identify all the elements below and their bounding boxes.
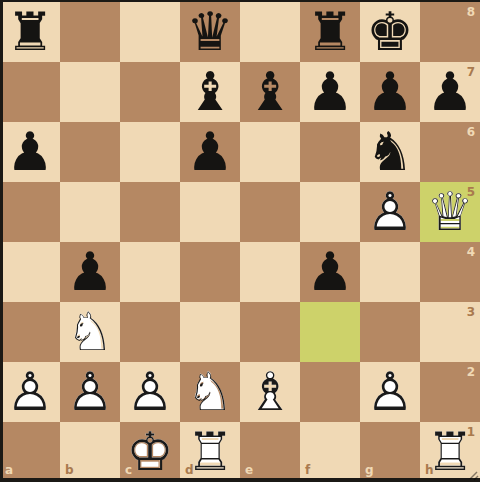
square-a6[interactable]: ♟ [0, 122, 60, 182]
chess-board: ♜♛♜♚8♝♝♟♟♟7♟♟♞6♟♙♛♕5♟♟4♞♘3♟♙♟♙♟♙♞♘♝♗♟♙2a… [0, 2, 480, 482]
black-queen-glyph: ♛ [180, 2, 240, 62]
file-label-c: c [125, 464, 132, 476]
frame-edge-bottom [0, 478, 480, 482]
white-pawn-outline: ♙ [120, 362, 180, 422]
piece-white-knight[interactable]: ♞♘ [60, 302, 120, 362]
black-knight-glyph: ♞ [360, 122, 420, 182]
piece-black-pawn[interactable]: ♟ [300, 62, 360, 122]
rank-label-7: 7 [467, 66, 475, 78]
black-pawn-glyph: ♟ [300, 242, 360, 302]
board-container: ♜♛♜♚8♝♝♟♟♟7♟♟♞6♟♙♛♕5♟♟4♞♘3♟♙♟♙♟♙♞♘♝♗♟♙2a… [0, 0, 480, 482]
square-b4[interactable]: ♟ [60, 242, 120, 302]
square-h7[interactable]: ♟7 [420, 62, 480, 122]
square-e3[interactable] [240, 302, 300, 362]
square-a7[interactable] [0, 62, 60, 122]
square-h6[interactable]: 6 [420, 122, 480, 182]
square-d6[interactable]: ♟ [180, 122, 240, 182]
piece-black-pawn[interactable]: ♟ [300, 242, 360, 302]
square-f7[interactable]: ♟ [300, 62, 360, 122]
square-f3[interactable] [300, 302, 360, 362]
square-e1[interactable]: e [240, 422, 300, 482]
rank-label-6: 6 [467, 126, 475, 138]
square-e6[interactable] [240, 122, 300, 182]
square-c1[interactable]: ♚♔c [120, 422, 180, 482]
square-f8[interactable]: ♜ [300, 2, 360, 62]
square-g4[interactable] [360, 242, 420, 302]
black-rook-glyph: ♜ [300, 2, 360, 62]
piece-black-bishop[interactable]: ♝ [240, 62, 300, 122]
square-c3[interactable] [120, 302, 180, 362]
square-h8[interactable]: 8 [420, 2, 480, 62]
square-g8[interactable]: ♚ [360, 2, 420, 62]
file-label-e: e [245, 464, 253, 476]
square-f4[interactable]: ♟ [300, 242, 360, 302]
square-e4[interactable] [240, 242, 300, 302]
square-f5[interactable] [300, 182, 360, 242]
black-pawn-glyph: ♟ [0, 122, 60, 182]
piece-white-pawn[interactable]: ♟♙ [360, 182, 420, 242]
black-bishop-glyph: ♝ [240, 62, 300, 122]
piece-black-rook[interactable]: ♜ [300, 2, 360, 62]
white-bishop-outline: ♗ [240, 362, 300, 422]
piece-white-pawn[interactable]: ♟♙ [120, 362, 180, 422]
square-a2[interactable]: ♟♙ [0, 362, 60, 422]
file-label-d: d [185, 464, 194, 476]
piece-black-bishop[interactable]: ♝ [180, 62, 240, 122]
square-f6[interactable] [300, 122, 360, 182]
square-a4[interactable] [0, 242, 60, 302]
white-knight-outline: ♘ [60, 302, 120, 362]
square-g2[interactable]: ♟♙ [360, 362, 420, 422]
rank-label-5: 5 [467, 186, 475, 198]
square-g1[interactable]: g [360, 422, 420, 482]
white-pawn-outline: ♙ [0, 362, 60, 422]
square-c2[interactable]: ♟♙ [120, 362, 180, 422]
white-knight-outline: ♘ [180, 362, 240, 422]
black-pawn-glyph: ♟ [360, 62, 420, 122]
black-pawn-glyph: ♟ [60, 242, 120, 302]
piece-white-knight[interactable]: ♞♘ [180, 362, 240, 422]
file-label-g: g [365, 464, 374, 476]
square-a3[interactable] [0, 302, 60, 362]
piece-white-bishop[interactable]: ♝♗ [240, 362, 300, 422]
file-label-a: a [5, 464, 13, 476]
piece-black-king[interactable]: ♚ [360, 2, 420, 62]
rank-label-4: 4 [467, 246, 475, 258]
frame-edge-left [0, 0, 3, 482]
rank-label-2: 2 [467, 366, 475, 378]
piece-black-rook[interactable]: ♜ [0, 2, 60, 62]
square-b3[interactable]: ♞♘ [60, 302, 120, 362]
white-pawn-outline: ♙ [360, 362, 420, 422]
square-c7[interactable] [120, 62, 180, 122]
square-h2[interactable]: 2 [420, 362, 480, 422]
board-resize-handle[interactable] [467, 466, 479, 478]
piece-white-pawn[interactable]: ♟♙ [0, 362, 60, 422]
square-g7[interactable]: ♟ [360, 62, 420, 122]
square-a8[interactable]: ♜ [0, 2, 60, 62]
piece-white-pawn[interactable]: ♟♙ [360, 362, 420, 422]
file-label-f: f [305, 464, 310, 476]
rank-label-8: 8 [467, 6, 475, 18]
piece-black-knight[interactable]: ♞ [360, 122, 420, 182]
square-e2[interactable]: ♝♗ [240, 362, 300, 422]
piece-black-queen[interactable]: ♛ [180, 2, 240, 62]
square-h5[interactable]: ♛♕5 [420, 182, 480, 242]
black-king-glyph: ♚ [360, 2, 420, 62]
square-f1[interactable]: f [300, 422, 360, 482]
piece-black-pawn[interactable]: ♟ [0, 122, 60, 182]
file-label-b: b [65, 464, 74, 476]
square-e8[interactable] [240, 2, 300, 62]
square-a1[interactable]: a [0, 422, 60, 482]
resize-grip-icon [467, 469, 479, 481]
square-g5[interactable]: ♟♙ [360, 182, 420, 242]
square-e7[interactable]: ♝ [240, 62, 300, 122]
square-d7[interactable]: ♝ [180, 62, 240, 122]
square-a5[interactable] [0, 182, 60, 242]
piece-black-pawn[interactable]: ♟ [180, 122, 240, 182]
white-pawn-outline: ♙ [360, 182, 420, 242]
square-e5[interactable] [240, 182, 300, 242]
square-b5[interactable] [60, 182, 120, 242]
square-h4[interactable]: 4 [420, 242, 480, 302]
square-b2[interactable]: ♟♙ [60, 362, 120, 422]
square-c5[interactable] [120, 182, 180, 242]
square-g3[interactable] [360, 302, 420, 362]
black-rook-glyph: ♜ [0, 2, 60, 62]
piece-white-pawn[interactable]: ♟♙ [60, 362, 120, 422]
square-c6[interactable] [120, 122, 180, 182]
black-pawn-glyph: ♟ [300, 62, 360, 122]
square-d8[interactable]: ♛ [180, 2, 240, 62]
black-bishop-glyph: ♝ [180, 62, 240, 122]
square-c4[interactable] [120, 242, 180, 302]
square-g6[interactable]: ♞ [360, 122, 420, 182]
square-h3[interactable]: 3 [420, 302, 480, 362]
square-b8[interactable] [60, 2, 120, 62]
rank-label-1: 1 [467, 426, 475, 438]
square-f2[interactable] [300, 362, 360, 422]
square-b6[interactable] [60, 122, 120, 182]
frame-edge-top [0, 0, 480, 2]
square-b1[interactable]: b [60, 422, 120, 482]
piece-black-pawn[interactable]: ♟ [360, 62, 420, 122]
rank-label-3: 3 [467, 306, 475, 318]
square-d1[interactable]: ♜♖d [180, 422, 240, 482]
square-d2[interactable]: ♞♘ [180, 362, 240, 422]
black-pawn-glyph: ♟ [180, 122, 240, 182]
white-pawn-outline: ♙ [60, 362, 120, 422]
file-label-h: h [425, 464, 434, 476]
square-b7[interactable] [60, 62, 120, 122]
square-d5[interactable] [180, 182, 240, 242]
piece-black-pawn[interactable]: ♟ [60, 242, 120, 302]
square-d3[interactable] [180, 302, 240, 362]
square-d4[interactable] [180, 242, 240, 302]
square-c8[interactable] [120, 2, 180, 62]
